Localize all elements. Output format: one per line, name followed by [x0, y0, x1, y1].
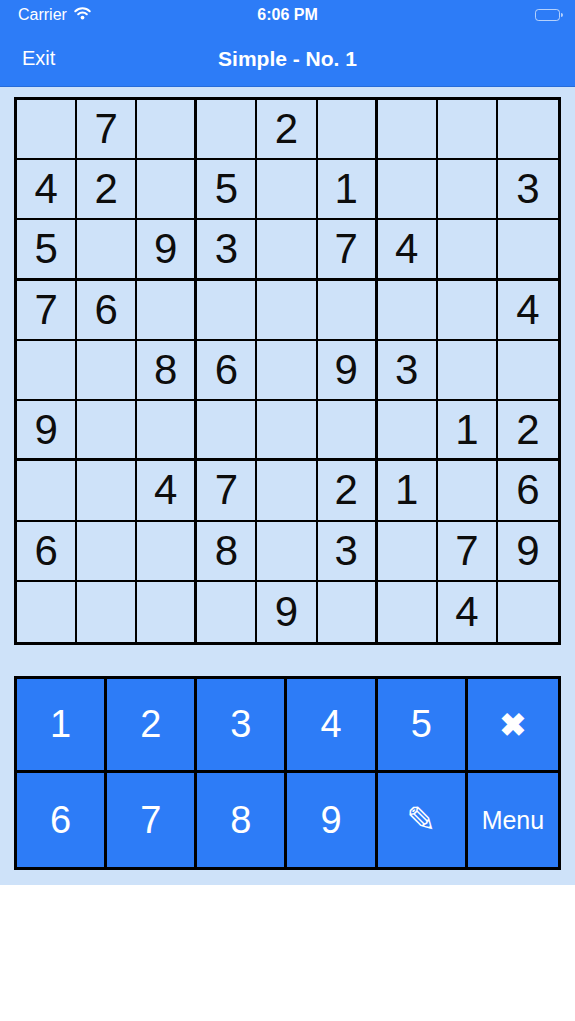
cell-r2c4-given[interactable]: 5: [197, 160, 257, 220]
key-menu[interactable]: Menu: [468, 773, 558, 867]
key-erase-x-icon[interactable]: ✖: [468, 679, 558, 773]
cell-r7c7-given[interactable]: 1: [378, 461, 438, 521]
cell-r4c4-empty[interactable]: [197, 281, 257, 341]
cell-r3c6-given[interactable]: 7: [318, 220, 378, 280]
cell-r2c6-given[interactable]: 1: [318, 160, 378, 220]
cell-r6c5-empty[interactable]: [257, 401, 317, 461]
cell-r6c6-empty[interactable]: [318, 401, 378, 461]
cell-r1c3-empty[interactable]: [137, 100, 197, 160]
cell-r2c3-empty[interactable]: [137, 160, 197, 220]
cell-r9c1-empty[interactable]: [17, 582, 77, 642]
cell-r3c3-given[interactable]: 9: [137, 220, 197, 280]
cell-r2c5-empty[interactable]: [257, 160, 317, 220]
cell-r8c5-empty[interactable]: [257, 522, 317, 582]
key-5[interactable]: 5: [378, 679, 468, 773]
key-2[interactable]: 2: [107, 679, 197, 773]
exit-button[interactable]: Exit: [22, 47, 55, 70]
cell-r3c2-empty[interactable]: [77, 220, 137, 280]
cell-r8c2-empty[interactable]: [77, 522, 137, 582]
cell-r1c9-empty[interactable]: [498, 100, 558, 160]
cell-r5c7-given[interactable]: 3: [378, 341, 438, 401]
cell-r7c6-given[interactable]: 2: [318, 461, 378, 521]
cell-r8c1-given[interactable]: 6: [17, 522, 77, 582]
cell-r5c1-empty[interactable]: [17, 341, 77, 401]
number-pad: 12345✖6789✎Menu: [14, 676, 561, 870]
cell-r4c8-empty[interactable]: [438, 281, 498, 341]
cell-r3c4-given[interactable]: 3: [197, 220, 257, 280]
cell-r9c2-empty[interactable]: [77, 582, 137, 642]
cell-r3c8-empty[interactable]: [438, 220, 498, 280]
cell-r3c9-empty[interactable]: [498, 220, 558, 280]
cell-r3c5-empty[interactable]: [257, 220, 317, 280]
cell-r8c4-given[interactable]: 8: [197, 522, 257, 582]
cell-r9c6-empty[interactable]: [318, 582, 378, 642]
cell-r5c5-empty[interactable]: [257, 341, 317, 401]
cell-r2c2-given[interactable]: 2: [77, 160, 137, 220]
cell-r5c4-given[interactable]: 6: [197, 341, 257, 401]
nav-bar: Exit Simple - No. 1: [0, 30, 575, 87]
cell-r1c8-empty[interactable]: [438, 100, 498, 160]
cell-r4c7-empty[interactable]: [378, 281, 438, 341]
key-9[interactable]: 9: [287, 773, 377, 867]
cell-r2c7-empty[interactable]: [378, 160, 438, 220]
cell-r8c8-given[interactable]: 7: [438, 522, 498, 582]
cell-r8c7-empty[interactable]: [378, 522, 438, 582]
key-3[interactable]: 3: [197, 679, 287, 773]
cell-r7c3-given[interactable]: 4: [137, 461, 197, 521]
cell-r6c9-given[interactable]: 2: [498, 401, 558, 461]
key-6[interactable]: 6: [17, 773, 107, 867]
cell-r5c6-given[interactable]: 9: [318, 341, 378, 401]
cell-r9c7-empty[interactable]: [378, 582, 438, 642]
cell-r7c2-empty[interactable]: [77, 461, 137, 521]
cell-r5c9-empty[interactable]: [498, 341, 558, 401]
cell-r5c8-empty[interactable]: [438, 341, 498, 401]
cell-r1c4-empty[interactable]: [197, 100, 257, 160]
cell-r2c8-empty[interactable]: [438, 160, 498, 220]
cell-r9c5-given[interactable]: 9: [257, 582, 317, 642]
cell-r1c5-given[interactable]: 2: [257, 100, 317, 160]
cell-r5c3-given[interactable]: 8: [137, 341, 197, 401]
cell-r9c8-given[interactable]: 4: [438, 582, 498, 642]
cell-r7c5-empty[interactable]: [257, 461, 317, 521]
key-7[interactable]: 7: [107, 773, 197, 867]
cell-r4c9-given[interactable]: 4: [498, 281, 558, 341]
page-title: Simple - No. 1: [0, 47, 575, 71]
wifi-icon: [73, 6, 92, 24]
cell-r2c9-given[interactable]: 3: [498, 160, 558, 220]
cell-r7c4-given[interactable]: 7: [197, 461, 257, 521]
cell-r6c4-empty[interactable]: [197, 401, 257, 461]
cell-r9c3-empty[interactable]: [137, 582, 197, 642]
cell-r6c7-empty[interactable]: [378, 401, 438, 461]
app-header: Carrier 6:06 PM Exit Simple - No. 1: [0, 0, 575, 87]
cell-r4c2-given[interactable]: 6: [77, 281, 137, 341]
cell-r6c8-given[interactable]: 1: [438, 401, 498, 461]
cell-r1c2-given[interactable]: 7: [77, 100, 137, 160]
cell-r1c6-empty[interactable]: [318, 100, 378, 160]
battery-icon: [535, 9, 563, 21]
key-pencil-icon[interactable]: ✎: [378, 773, 468, 867]
key-4[interactable]: 4: [287, 679, 377, 773]
key-8[interactable]: 8: [197, 773, 287, 867]
cell-r9c9-empty[interactable]: [498, 582, 558, 642]
cell-r2c1-given[interactable]: 4: [17, 160, 77, 220]
cell-r3c1-given[interactable]: 5: [17, 220, 77, 280]
cell-r8c3-empty[interactable]: [137, 522, 197, 582]
cell-r3c7-given[interactable]: 4: [378, 220, 438, 280]
cell-r4c1-given[interactable]: 7: [17, 281, 77, 341]
cell-r9c4-empty[interactable]: [197, 582, 257, 642]
cell-r4c5-empty[interactable]: [257, 281, 317, 341]
cell-r8c6-given[interactable]: 3: [318, 522, 378, 582]
key-1[interactable]: 1: [17, 679, 107, 773]
cell-r6c1-given[interactable]: 9: [17, 401, 77, 461]
cell-r1c7-empty[interactable]: [378, 100, 438, 160]
carrier-label: Carrier: [18, 6, 67, 24]
cell-r4c6-empty[interactable]: [318, 281, 378, 341]
content-area: 7242513593747648693912472166837994 12345…: [0, 87, 575, 885]
bottom-spacer: [0, 885, 575, 1021]
cell-r6c3-empty[interactable]: [137, 401, 197, 461]
cell-r5c2-empty[interactable]: [77, 341, 137, 401]
cell-r6c2-empty[interactable]: [77, 401, 137, 461]
sudoku-board: 7242513593747648693912472166837994: [14, 97, 561, 645]
cell-r4c3-empty[interactable]: [137, 281, 197, 341]
cell-r8c9-given[interactable]: 9: [498, 522, 558, 582]
status-bar: Carrier 6:06 PM: [0, 0, 575, 30]
cell-r7c1-empty[interactable]: [17, 461, 77, 521]
cell-r1c1-empty[interactable]: [17, 100, 77, 160]
cell-r7c9-given[interactable]: 6: [498, 461, 558, 521]
cell-r7c8-empty[interactable]: [438, 461, 498, 521]
